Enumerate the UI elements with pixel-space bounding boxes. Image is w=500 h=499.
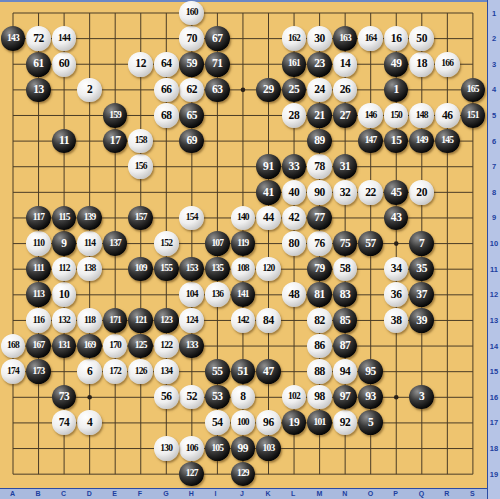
stone-white-move-36: 36: [384, 282, 409, 307]
stone-black-move-1: 1: [384, 78, 409, 103]
stone-black-move-123: 123: [154, 308, 179, 333]
stone-black-move-167: 167: [26, 334, 51, 359]
stone-black-move-89: 89: [307, 129, 332, 154]
stone-white-move-26: 26: [333, 78, 358, 103]
stone-black-move-5: 5: [358, 410, 383, 435]
stone-white-move-18: 18: [409, 52, 434, 77]
stone-white-move-38: 38: [384, 308, 409, 333]
stone-white-move-74: 74: [52, 410, 77, 435]
stone-black-move-95: 95: [358, 359, 383, 384]
column-label-F: F: [138, 490, 142, 497]
stone-white-move-14: 14: [333, 52, 358, 77]
stone-black-move-73: 73: [52, 385, 77, 410]
stone-black-move-107: 107: [205, 231, 230, 256]
stone-black-move-119: 119: [231, 231, 256, 256]
stone-white-move-144: 144: [52, 26, 77, 51]
stone-black-move-87: 87: [333, 334, 358, 359]
row-label-4: 4: [488, 85, 500, 94]
stone-white-move-24: 24: [307, 78, 332, 103]
stone-black-move-115: 115: [52, 206, 77, 231]
board-intersections-grid[interactable]: 1234567891011121314151617181920212223242…: [0, 0, 485, 487]
stone-white-move-98: 98: [307, 385, 332, 410]
stone-black-move-77: 77: [307, 206, 332, 231]
stone-white-move-124: 124: [179, 308, 204, 333]
stone-black-move-79: 79: [307, 257, 332, 282]
stone-white-move-146: 146: [358, 103, 383, 128]
stone-black-move-159: 159: [103, 103, 128, 128]
stone-white-move-34: 34: [384, 257, 409, 282]
stone-white-move-138: 138: [77, 257, 102, 282]
stone-black-move-127: 127: [179, 462, 204, 487]
stone-black-move-93: 93: [358, 385, 383, 410]
stone-white-move-42: 42: [282, 206, 307, 231]
stone-white-move-162: 162: [282, 26, 307, 51]
stone-black-move-53: 53: [205, 385, 230, 410]
column-label-S: S: [470, 490, 475, 497]
row-label-6: 6: [488, 137, 500, 146]
stone-white-move-10: 10: [52, 282, 77, 307]
stone-white-move-20: 20: [409, 180, 434, 205]
stone-black-move-33: 33: [282, 154, 307, 179]
stone-white-move-44: 44: [256, 206, 281, 231]
stone-black-move-17: 17: [103, 129, 128, 154]
stone-white-move-120: 120: [256, 257, 281, 282]
stone-white-move-40: 40: [282, 180, 307, 205]
stone-white-move-150: 150: [384, 103, 409, 128]
stone-black-move-151: 151: [461, 103, 486, 128]
stone-black-move-157: 157: [128, 206, 153, 231]
stone-black-move-15: 15: [384, 129, 409, 154]
row-label-17: 17: [488, 418, 500, 427]
stone-white-move-114: 114: [77, 231, 102, 256]
stone-white-move-132: 132: [52, 308, 77, 333]
column-label-B: B: [36, 490, 41, 497]
stone-black-move-135: 135: [205, 257, 230, 282]
stone-black-move-129: 129: [231, 462, 256, 487]
row-coordinate-strip: 12345678910111213141516171819: [487, 0, 500, 499]
stone-white-move-168: 168: [1, 334, 26, 359]
stone-white-move-78: 78: [307, 154, 332, 179]
column-label-O: O: [368, 490, 373, 497]
stone-black-move-81: 81: [307, 282, 332, 307]
stone-black-move-9: 9: [52, 231, 77, 256]
stone-black-move-117: 117: [26, 206, 51, 231]
stone-black-move-133: 133: [179, 334, 204, 359]
stone-white-move-90: 90: [307, 180, 332, 205]
row-label-1: 1: [488, 9, 500, 18]
stone-white-move-2: 2: [77, 78, 102, 103]
stone-black-move-105: 105: [205, 436, 230, 461]
stone-white-move-64: 64: [154, 52, 179, 77]
stone-black-move-173: 173: [26, 359, 51, 384]
stone-black-move-111: 111: [26, 257, 51, 282]
stone-black-move-59: 59: [179, 52, 204, 77]
column-label-R: R: [444, 490, 449, 497]
row-label-2: 2: [488, 34, 500, 43]
stone-white-move-52: 52: [179, 385, 204, 410]
stone-white-move-58: 58: [333, 257, 358, 282]
column-label-L: L: [291, 490, 295, 497]
stone-black-move-139: 139: [77, 206, 102, 231]
stone-black-move-13: 13: [26, 78, 51, 103]
column-label-M: M: [317, 490, 323, 497]
stone-black-move-75: 75: [333, 231, 358, 256]
row-label-15: 15: [488, 367, 500, 376]
stone-white-move-164: 164: [358, 26, 383, 51]
stone-white-move-66: 66: [154, 78, 179, 103]
stone-black-move-161: 161: [282, 52, 307, 77]
stone-black-move-23: 23: [307, 52, 332, 77]
stone-white-move-130: 130: [154, 436, 179, 461]
stone-black-move-153: 153: [179, 257, 204, 282]
stone-black-move-141: 141: [231, 282, 256, 307]
stone-black-move-99: 99: [231, 436, 256, 461]
stone-white-move-82: 82: [307, 308, 332, 333]
row-label-12: 12: [488, 290, 500, 299]
row-label-16: 16: [488, 393, 500, 402]
stone-white-move-86: 86: [307, 334, 332, 359]
stone-black-move-103: 103: [256, 436, 281, 461]
stone-white-move-48: 48: [282, 282, 307, 307]
stone-black-move-25: 25: [282, 78, 307, 103]
stone-black-move-69: 69: [179, 129, 204, 154]
stone-black-move-163: 163: [333, 26, 358, 51]
stone-black-move-91: 91: [256, 154, 281, 179]
stone-white-move-118: 118: [77, 308, 102, 333]
stone-white-move-140: 140: [231, 206, 256, 231]
column-label-A: A: [10, 490, 15, 497]
column-label-P: P: [393, 490, 398, 497]
stone-white-move-112: 112: [52, 257, 77, 282]
stone-white-move-136: 136: [205, 282, 230, 307]
stone-white-move-160: 160: [179, 1, 204, 26]
stone-white-move-70: 70: [179, 26, 204, 51]
go-board[interactable]: 1234567891011121314151617181920212223242…: [0, 0, 500, 499]
stone-black-move-55: 55: [205, 359, 230, 384]
stone-black-move-21: 21: [307, 103, 332, 128]
stone-black-move-171: 171: [103, 308, 128, 333]
stone-white-move-6: 6: [77, 359, 102, 384]
stone-black-move-35: 35: [409, 257, 434, 282]
stone-black-move-121: 121: [128, 308, 153, 333]
stone-black-move-11: 11: [52, 129, 77, 154]
stone-white-move-12: 12: [128, 52, 153, 77]
stone-black-move-131: 131: [52, 334, 77, 359]
stone-black-move-137: 137: [103, 231, 128, 256]
stone-white-move-76: 76: [307, 231, 332, 256]
stone-black-move-155: 155: [154, 257, 179, 282]
row-label-11: 11: [488, 265, 500, 274]
stone-white-move-142: 142: [231, 308, 256, 333]
stone-black-move-27: 27: [333, 103, 358, 128]
stone-white-move-72: 72: [26, 26, 51, 51]
stone-black-move-169: 169: [77, 334, 102, 359]
column-label-G: G: [163, 490, 168, 497]
stone-white-move-126: 126: [128, 359, 153, 384]
column-coordinate-strip: ABCDEFGHIJKLMNOPQRS: [0, 488, 487, 499]
stone-white-move-148: 148: [409, 103, 434, 128]
stone-black-move-43: 43: [384, 206, 409, 231]
stone-white-move-104: 104: [179, 282, 204, 307]
stone-white-move-158: 158: [128, 129, 153, 154]
stone-white-move-92: 92: [333, 410, 358, 435]
row-label-7: 7: [488, 162, 500, 171]
stone-white-move-156: 156: [128, 154, 153, 179]
stone-white-move-100: 100: [231, 410, 256, 435]
stone-white-move-32: 32: [333, 180, 358, 205]
stone-black-move-39: 39: [409, 308, 434, 333]
stone-white-move-62: 62: [179, 78, 204, 103]
stone-black-move-61: 61: [26, 52, 51, 77]
stone-white-move-4: 4: [77, 410, 102, 435]
stone-white-move-110: 110: [26, 231, 51, 256]
row-label-3: 3: [488, 60, 500, 69]
stone-white-move-56: 56: [154, 385, 179, 410]
stone-black-move-147: 147: [358, 129, 383, 154]
stone-black-move-63: 63: [205, 78, 230, 103]
column-label-N: N: [342, 490, 347, 497]
column-label-I: I: [214, 490, 216, 497]
stone-black-move-45: 45: [384, 180, 409, 205]
stone-black-move-7: 7: [409, 231, 434, 256]
stone-white-move-174: 174: [1, 359, 26, 384]
stone-black-move-85: 85: [333, 308, 358, 333]
stone-white-move-50: 50: [409, 26, 434, 51]
stone-black-move-19: 19: [282, 410, 307, 435]
column-label-C: C: [61, 490, 66, 497]
stone-black-move-31: 31: [333, 154, 358, 179]
stone-black-move-101: 101: [307, 410, 332, 435]
row-label-14: 14: [488, 342, 500, 351]
stone-black-move-3: 3: [409, 385, 434, 410]
stone-black-move-149: 149: [409, 129, 434, 154]
stone-black-move-145: 145: [435, 129, 460, 154]
column-label-E: E: [112, 490, 117, 497]
stone-white-move-80: 80: [282, 231, 307, 256]
stone-white-move-152: 152: [154, 231, 179, 256]
stone-white-move-60: 60: [52, 52, 77, 77]
row-label-19: 19: [488, 470, 500, 479]
stone-white-move-108: 108: [231, 257, 256, 282]
stone-white-move-22: 22: [358, 180, 383, 205]
column-label-Q: Q: [419, 490, 424, 497]
stone-white-move-166: 166: [435, 52, 460, 77]
stone-white-move-46: 46: [435, 103, 460, 128]
row-label-13: 13: [488, 316, 500, 325]
stone-black-move-47: 47: [256, 359, 281, 384]
row-label-5: 5: [488, 111, 500, 120]
stone-black-move-41: 41: [256, 180, 281, 205]
stone-black-move-125: 125: [128, 334, 153, 359]
stone-black-move-143: 143: [1, 26, 26, 51]
stone-black-move-83: 83: [333, 282, 358, 307]
stone-white-move-30: 30: [307, 26, 332, 51]
stone-black-move-37: 37: [409, 282, 434, 307]
stone-black-move-113: 113: [26, 282, 51, 307]
stone-white-move-154: 154: [179, 206, 204, 231]
stone-white-move-94: 94: [333, 359, 358, 384]
row-label-10: 10: [488, 239, 500, 248]
stone-black-move-29: 29: [256, 78, 281, 103]
stone-black-move-65: 65: [179, 103, 204, 128]
stone-white-move-84: 84: [256, 308, 281, 333]
stone-white-move-96: 96: [256, 410, 281, 435]
stone-white-move-28: 28: [282, 103, 307, 128]
stone-black-move-67: 67: [205, 26, 230, 51]
row-label-9: 9: [488, 213, 500, 222]
stone-black-move-49: 49: [384, 52, 409, 77]
stone-white-move-88: 88: [307, 359, 332, 384]
stone-white-move-172: 172: [103, 359, 128, 384]
stone-white-move-102: 102: [282, 385, 307, 410]
stone-black-move-57: 57: [358, 231, 383, 256]
column-label-J: J: [240, 490, 244, 497]
stone-black-move-51: 51: [231, 359, 256, 384]
column-label-H: H: [189, 490, 194, 497]
stone-black-move-97: 97: [333, 385, 358, 410]
column-label-D: D: [87, 490, 92, 497]
stone-white-move-170: 170: [103, 334, 128, 359]
stone-white-move-54: 54: [205, 410, 230, 435]
stone-white-move-134: 134: [154, 359, 179, 384]
stone-white-move-8: 8: [231, 385, 256, 410]
stone-white-move-68: 68: [154, 103, 179, 128]
column-label-K: K: [266, 490, 271, 497]
stone-white-move-16: 16: [384, 26, 409, 51]
row-label-18: 18: [488, 444, 500, 453]
stone-black-move-165: 165: [461, 78, 486, 103]
stone-black-move-109: 109: [128, 257, 153, 282]
stone-white-move-106: 106: [179, 436, 204, 461]
stone-white-move-116: 116: [26, 308, 51, 333]
stone-white-move-122: 122: [154, 334, 179, 359]
stone-black-move-71: 71: [205, 52, 230, 77]
row-label-8: 8: [488, 188, 500, 197]
